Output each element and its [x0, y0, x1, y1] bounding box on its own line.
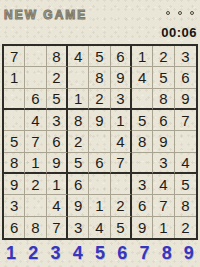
cell-r2c9[interactable]: 6 [175, 67, 196, 88]
cell-r9c5[interactable]: 4 [89, 217, 110, 238]
cell-r6c8[interactable]: 3 [153, 153, 174, 174]
cell-r1c2[interactable] [25, 46, 46, 67]
cell-r4c3[interactable]: 3 [47, 110, 68, 131]
num-button-1[interactable]: 1 [0, 241, 22, 265]
cell-r9c8[interactable]: 1 [153, 217, 174, 238]
cell-r9c4[interactable]: 3 [68, 217, 89, 238]
cell-r5c3[interactable]: 6 [47, 131, 68, 152]
cell-r3c7[interactable] [132, 89, 153, 110]
cell-r6c1[interactable]: 8 [4, 153, 25, 174]
cell-r4c9[interactable]: 7 [175, 110, 196, 131]
cell-r7c1[interactable]: 9 [4, 174, 25, 195]
num-button-6[interactable]: 6 [111, 241, 133, 265]
cell-r5c5[interactable] [89, 131, 110, 152]
cell-r2c7[interactable]: 4 [132, 67, 153, 88]
cell-r1c1[interactable]: 7 [4, 46, 25, 67]
cell-r5c9[interactable] [175, 131, 196, 152]
num-button-7[interactable]: 7 [133, 241, 155, 265]
cell-r6c9[interactable]: 4 [175, 153, 196, 174]
cell-r5c4[interactable]: 2 [68, 131, 89, 152]
cell-r9c7[interactable]: 9 [132, 217, 153, 238]
cell-r4c8[interactable]: 6 [153, 110, 174, 131]
cell-r8c2[interactable] [25, 195, 46, 216]
cell-r1c9[interactable]: 3 [175, 46, 196, 67]
cell-r3c6[interactable]: 3 [111, 89, 132, 110]
cell-r6c2[interactable]: 1 [25, 153, 46, 174]
cell-r2c4[interactable] [68, 67, 89, 88]
sudoku-app-screen: NEW GAME 00:06 7845612312894566512389438… [0, 0, 200, 267]
cell-r8c4[interactable]: 9 [68, 195, 89, 216]
num-button-2[interactable]: 2 [22, 241, 44, 265]
cell-r5c2[interactable]: 7 [25, 131, 46, 152]
cell-r2c6[interactable]: 9 [111, 67, 132, 88]
dot-icon [178, 11, 182, 15]
cell-r6c3[interactable]: 9 [47, 153, 68, 174]
cell-r4c4[interactable]: 8 [68, 110, 89, 131]
cell-r9c2[interactable]: 8 [25, 217, 46, 238]
cell-r4c1[interactable] [4, 110, 25, 131]
cell-r7c2[interactable]: 2 [25, 174, 46, 195]
cell-r2c5[interactable]: 8 [89, 67, 110, 88]
cell-r7c5[interactable] [89, 174, 110, 195]
cell-r8c1[interactable]: 3 [4, 195, 25, 216]
cell-r1c6[interactable]: 6 [111, 46, 132, 67]
cell-r5c8[interactable]: 9 [153, 131, 174, 152]
num-button-4[interactable]: 4 [67, 241, 89, 265]
cell-r5c6[interactable]: 4 [111, 131, 132, 152]
cell-r1c8[interactable]: 2 [153, 46, 174, 67]
num-button-8[interactable]: 8 [156, 241, 178, 265]
sudoku-board: 7845612312894566512389438915675762489819… [2, 44, 198, 240]
cell-r2c3[interactable]: 2 [47, 67, 68, 88]
cell-r4c7[interactable]: 5 [132, 110, 153, 131]
cell-r6c7[interactable] [132, 153, 153, 174]
cell-r3c1[interactable] [4, 89, 25, 110]
cell-r1c7[interactable]: 1 [132, 46, 153, 67]
cell-r3c8[interactable]: 8 [153, 89, 174, 110]
cell-r9c1[interactable]: 6 [4, 217, 25, 238]
cell-r3c3[interactable]: 5 [47, 89, 68, 110]
cell-r7c9[interactable]: 5 [175, 174, 196, 195]
cell-r1c5[interactable]: 5 [89, 46, 110, 67]
cell-r7c6[interactable] [111, 174, 132, 195]
cell-r5c7[interactable]: 8 [132, 131, 153, 152]
cell-r3c4[interactable]: 1 [68, 89, 89, 110]
cell-r9c6[interactable]: 5 [111, 217, 132, 238]
num-button-3[interactable]: 3 [44, 241, 66, 265]
cell-r8c6[interactable]: 2 [111, 195, 132, 216]
cell-r8c5[interactable]: 1 [89, 195, 110, 216]
cell-r8c9[interactable]: 8 [175, 195, 196, 216]
cell-r3c9[interactable]: 9 [175, 89, 196, 110]
cell-r7c7[interactable]: 3 [132, 174, 153, 195]
cell-r9c9[interactable]: 2 [175, 217, 196, 238]
cell-r2c8[interactable]: 5 [153, 67, 174, 88]
cell-r4c5[interactable]: 9 [89, 110, 110, 131]
cell-r3c2[interactable]: 6 [25, 89, 46, 110]
number-button-bar: 123456789 [0, 241, 200, 265]
cell-r4c2[interactable]: 4 [25, 110, 46, 131]
cell-r9c3[interactable]: 7 [47, 217, 68, 238]
cell-r7c3[interactable]: 1 [47, 174, 68, 195]
dot-icon [190, 11, 194, 15]
cell-r5c1[interactable]: 5 [4, 131, 25, 152]
cell-r4c6[interactable]: 1 [111, 110, 132, 131]
menu-dots-icon[interactable] [166, 11, 194, 15]
cell-r6c6[interactable]: 7 [111, 153, 132, 174]
cell-r3c5[interactable]: 2 [89, 89, 110, 110]
cell-r7c4[interactable]: 6 [68, 174, 89, 195]
num-button-9[interactable]: 9 [178, 241, 200, 265]
cell-r6c4[interactable]: 5 [68, 153, 89, 174]
new-game-button[interactable]: NEW GAME [4, 8, 87, 22]
cell-r8c3[interactable]: 4 [47, 195, 68, 216]
cell-r2c2[interactable] [25, 67, 46, 88]
game-timer: 00:06 [161, 25, 197, 40]
cell-r8c7[interactable]: 6 [132, 195, 153, 216]
cell-r6c5[interactable]: 6 [89, 153, 110, 174]
cell-r8c8[interactable]: 7 [153, 195, 174, 216]
cell-r1c4[interactable]: 4 [68, 46, 89, 67]
dot-icon [166, 11, 170, 15]
cell-r2c1[interactable]: 1 [4, 67, 25, 88]
cell-r1c3[interactable]: 8 [47, 46, 68, 67]
num-button-5[interactable]: 5 [89, 241, 111, 265]
cell-r7c8[interactable]: 4 [153, 174, 174, 195]
